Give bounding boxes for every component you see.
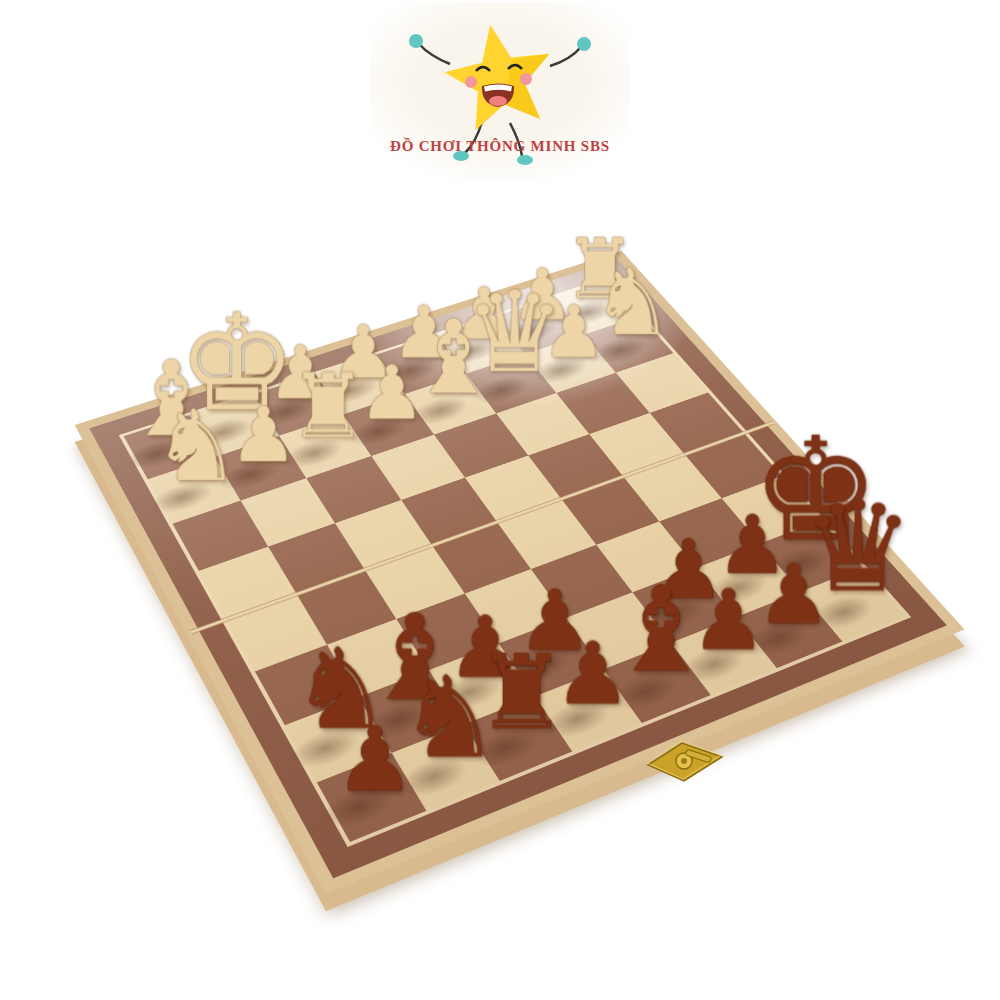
dark-pawn-g8: ♟ [757, 553, 831, 635]
brand-logo: ĐỒ CHƠI THÔNG MINH SBS [370, 2, 630, 180]
chess-board: ♜♟♟♟♟♟♚♝♞♟♛♝♟♜♟♞♚♟♟♟♟♝♞♛♟♟♝♟♜♞♟ [75, 251, 965, 895]
brand-text: ĐỒ CHƠI THÔNG MINH SBS [370, 138, 630, 155]
brass-clasp [642, 735, 728, 799]
dark-pawn-a8: ♟ [335, 715, 415, 804]
